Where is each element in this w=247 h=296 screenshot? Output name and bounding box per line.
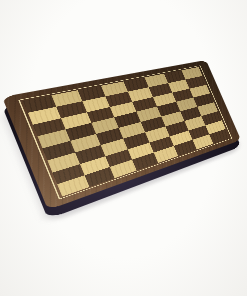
board-grid — [23, 67, 230, 197]
scene — [0, 0, 247, 296]
